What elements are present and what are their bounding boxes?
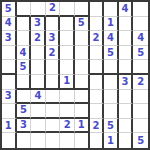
cell-r10c6[interactable]	[75, 133, 90, 148]
cell-r8c5[interactable]	[60, 104, 75, 119]
cell-r7c4[interactable]	[46, 90, 61, 105]
cell-r9c5[interactable]: 2	[60, 119, 75, 134]
cell-r6c8[interactable]	[104, 75, 119, 90]
cell-r2c9[interactable]	[119, 17, 134, 32]
cell-r1c4[interactable]: 2	[46, 2, 61, 17]
cell-r5c10[interactable]	[133, 60, 148, 75]
cell-r1c5[interactable]	[60, 2, 75, 17]
cell-r7c8[interactable]	[104, 90, 119, 105]
cell-r8c1[interactable]	[2, 104, 17, 119]
cell-r8c10[interactable]	[133, 104, 148, 119]
cell-r9c1[interactable]: 1	[2, 119, 17, 134]
cell-r4c1[interactable]	[2, 46, 17, 61]
cell-r8c3[interactable]	[31, 104, 46, 119]
cell-r4c10[interactable]: 5	[133, 46, 148, 61]
cell-r5c8[interactable]	[104, 60, 119, 75]
cell-r9c8[interactable]: 5	[104, 119, 119, 134]
cell-r1c7[interactable]	[90, 2, 105, 17]
cell-r5c2[interactable]: 5	[17, 60, 32, 75]
cell-r3c6[interactable]	[75, 31, 90, 46]
cell-r2c3[interactable]: 3	[31, 17, 46, 32]
cell-r6c6[interactable]	[75, 75, 90, 90]
cell-r1c3[interactable]	[31, 2, 46, 17]
cell-r3c3[interactable]: 2	[31, 31, 46, 46]
cell-r10c4[interactable]	[46, 133, 61, 148]
cell-r3c4[interactable]: 3	[46, 31, 61, 46]
cell-r6c10[interactable]: 2	[133, 75, 148, 90]
cell-r4c9[interactable]	[119, 46, 134, 61]
cell-r5c1[interactable]	[2, 60, 17, 75]
cell-r10c8[interactable]: 1	[104, 133, 119, 148]
cell-r6c9[interactable]: 3	[119, 75, 134, 90]
cell-r3c2[interactable]	[17, 31, 32, 46]
cell-r8c7[interactable]	[90, 104, 105, 119]
cell-r6c3[interactable]	[31, 75, 46, 90]
cell-r1c2[interactable]	[17, 2, 32, 17]
cell-r5c9[interactable]	[119, 60, 134, 75]
cell-r8c8[interactable]	[104, 104, 119, 119]
cell-r1c10[interactable]	[133, 2, 148, 17]
cell-r2c7[interactable]	[90, 17, 105, 32]
cell-r9c2[interactable]: 3	[17, 119, 32, 134]
cell-r1c8[interactable]	[104, 2, 119, 17]
cell-r10c7[interactable]	[90, 133, 105, 148]
cell-r5c5[interactable]	[60, 60, 75, 75]
cell-r9c3[interactable]	[31, 119, 46, 134]
cell-r8c9[interactable]	[119, 104, 134, 119]
cell-r6c1[interactable]	[2, 75, 17, 90]
cell-r6c4[interactable]	[46, 75, 61, 90]
cell-r1c9[interactable]: 4	[119, 2, 134, 17]
cell-r9c4[interactable]	[46, 119, 61, 134]
cell-r7c2[interactable]	[17, 90, 32, 105]
cell-r3c9[interactable]	[119, 31, 134, 46]
cell-r4c8[interactable]: 5	[104, 46, 119, 61]
cell-r2c10[interactable]	[133, 17, 148, 32]
cell-r3c7[interactable]: 2	[90, 31, 105, 46]
cell-r10c9[interactable]	[119, 133, 134, 148]
cell-r4c7[interactable]	[90, 46, 105, 61]
cell-r4c3[interactable]	[31, 46, 46, 61]
cell-r4c4[interactable]: 2	[46, 46, 61, 61]
cell-r10c3[interactable]	[31, 133, 46, 148]
cell-r10c10[interactable]: 5	[133, 133, 148, 148]
cell-r7c5[interactable]	[60, 90, 75, 105]
cell-r3c1[interactable]: 3	[2, 31, 17, 46]
cell-r2c1[interactable]: 4	[2, 17, 17, 32]
cell-r2c4[interactable]	[46, 17, 61, 32]
cell-r3c5[interactable]	[60, 31, 75, 46]
cell-r2c5[interactable]	[60, 17, 75, 32]
cell-r1c1[interactable]: 5	[2, 2, 17, 17]
cell-r8c4[interactable]	[46, 104, 61, 119]
cell-r7c3[interactable]: 4	[31, 90, 46, 105]
cell-r8c2[interactable]: 5	[17, 104, 32, 119]
cell-r9c7[interactable]: 2	[90, 119, 105, 134]
cell-r10c5[interactable]	[60, 133, 75, 148]
cell-r2c8[interactable]: 1	[104, 17, 119, 32]
cell-r4c5[interactable]	[60, 46, 75, 61]
cell-r2c6[interactable]: 5	[75, 17, 90, 32]
cell-r7c10[interactable]	[133, 90, 148, 105]
cell-r3c10[interactable]: 4	[133, 31, 148, 46]
cell-r8c6[interactable]	[75, 104, 90, 119]
cell-r9c6[interactable]: 1	[75, 119, 90, 134]
cell-r4c6[interactable]	[75, 46, 90, 61]
cell-r7c1[interactable]: 3	[2, 90, 17, 105]
cell-r10c1[interactable]	[2, 133, 17, 148]
cell-r10c2[interactable]	[17, 133, 32, 148]
cell-r6c7[interactable]	[90, 75, 105, 90]
cell-r6c5[interactable]: 1	[60, 75, 75, 90]
cell-r5c7[interactable]	[90, 60, 105, 75]
cell-r7c9[interactable]	[119, 90, 134, 105]
cell-r1c6[interactable]	[75, 2, 90, 17]
cell-r9c9[interactable]	[119, 119, 134, 134]
cell-r9c10[interactable]	[133, 119, 148, 134]
cell-r6c2[interactable]	[17, 75, 32, 90]
cell-r7c6[interactable]	[75, 90, 90, 105]
cell-r3c8[interactable]: 4	[104, 31, 119, 46]
cell-r4c2[interactable]: 4	[17, 46, 32, 61]
cell-r5c4[interactable]	[46, 60, 61, 75]
cell-r5c3[interactable]	[31, 60, 46, 75]
suguru-board: 52443513232444255513234513212515	[0, 0, 150, 150]
cell-r2c2[interactable]	[17, 17, 32, 32]
cell-r7c7[interactable]	[90, 90, 105, 105]
cell-r5c6[interactable]	[75, 60, 90, 75]
